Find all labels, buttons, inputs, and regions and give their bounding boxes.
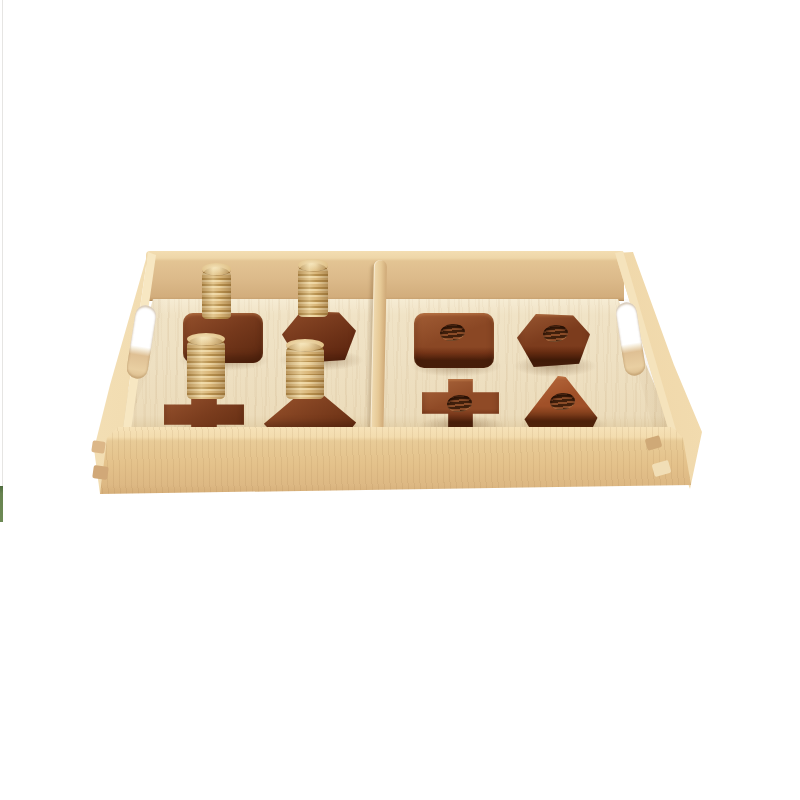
finger-joint-left-1 xyxy=(91,440,106,454)
finger-joint-left-2 xyxy=(92,465,109,480)
triangle-bolt-post[interactable] xyxy=(286,343,324,399)
wooden-tray xyxy=(90,245,710,503)
square-bolt-post[interactable] xyxy=(202,267,231,319)
hexagon-bolt-post[interactable] xyxy=(298,263,328,317)
product-photo xyxy=(0,0,800,800)
photo-green-strip xyxy=(0,486,3,522)
cross-bolt-post[interactable] xyxy=(187,337,225,399)
photo-edge-line xyxy=(2,0,3,487)
